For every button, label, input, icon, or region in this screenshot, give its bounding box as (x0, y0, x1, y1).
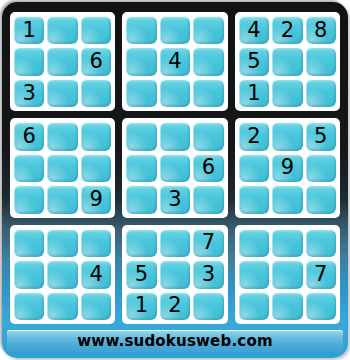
cell-r7c3[interactable] (81, 229, 111, 257)
cell-r9c8[interactable] (272, 292, 302, 320)
cell-r6c3[interactable]: 9 (81, 185, 111, 213)
cell-r1c9[interactable]: 8 (306, 16, 336, 44)
cell-r4c6[interactable] (193, 122, 223, 150)
cell-r3c3[interactable] (81, 79, 111, 107)
cell-r5c3[interactable] (81, 154, 111, 182)
cell-r5c9[interactable] (306, 154, 336, 182)
cell-r7c8[interactable] (272, 229, 302, 257)
cell-r9c5[interactable]: 2 (160, 292, 190, 320)
sudoku-widget: 16344285169632594753127 www.sudokusweb.c… (2, 2, 348, 358)
cell-r9c9[interactable] (306, 292, 336, 320)
cell-r4c7[interactable]: 2 (239, 122, 269, 150)
sudoku-board: 16344285169632594753127 (10, 12, 340, 324)
cell-r5c8[interactable]: 9 (272, 154, 302, 182)
cell-r7c2[interactable] (47, 229, 77, 257)
box-7: 4 (10, 225, 115, 324)
cell-r9c4[interactable]: 1 (126, 292, 156, 320)
cell-r2c4[interactable] (126, 47, 156, 75)
cell-r3c7[interactable]: 1 (239, 79, 269, 107)
cell-r7c7[interactable] (239, 229, 269, 257)
cell-r6c2[interactable] (47, 185, 77, 213)
cell-r4c3[interactable] (81, 122, 111, 150)
box-5: 63 (122, 118, 227, 217)
cell-r6c7[interactable] (239, 185, 269, 213)
box-8: 75312 (122, 225, 227, 324)
cell-r2c3[interactable]: 6 (81, 47, 111, 75)
cell-r8c3[interactable]: 4 (81, 260, 111, 288)
cell-r7c9[interactable] (306, 229, 336, 257)
cell-r1c8[interactable]: 2 (272, 16, 302, 44)
cell-r5c5[interactable] (160, 154, 190, 182)
footer-band: www.sudokusweb.com (7, 330, 343, 352)
cell-r3c6[interactable] (193, 79, 223, 107)
cell-r2c1[interactable] (14, 47, 44, 75)
cell-r3c2[interactable] (47, 79, 77, 107)
cell-r6c8[interactable] (272, 185, 302, 213)
cell-r7c1[interactable] (14, 229, 44, 257)
cell-r9c3[interactable] (81, 292, 111, 320)
cell-r1c1[interactable]: 1 (14, 16, 44, 44)
box-4: 69 (10, 118, 115, 217)
cell-r5c4[interactable] (126, 154, 156, 182)
box-6: 259 (235, 118, 340, 217)
cell-r1c6[interactable] (193, 16, 223, 44)
cell-r5c6[interactable]: 6 (193, 154, 223, 182)
cell-r7c4[interactable] (126, 229, 156, 257)
cell-r8c7[interactable] (239, 260, 269, 288)
cell-r9c2[interactable] (47, 292, 77, 320)
cell-r8c1[interactable] (14, 260, 44, 288)
cell-r2c8[interactable] (272, 47, 302, 75)
cell-r5c7[interactable] (239, 154, 269, 182)
cell-r5c1[interactable] (14, 154, 44, 182)
cell-r9c6[interactable] (193, 292, 223, 320)
cell-r8c8[interactable] (272, 260, 302, 288)
cell-r7c6[interactable]: 7 (193, 229, 223, 257)
cell-r4c8[interactable] (272, 122, 302, 150)
box-2: 4 (122, 12, 227, 111)
cell-r6c5[interactable]: 3 (160, 185, 190, 213)
cell-r8c5[interactable] (160, 260, 190, 288)
cell-r8c9[interactable]: 7 (306, 260, 336, 288)
cell-r4c4[interactable] (126, 122, 156, 150)
cell-r3c9[interactable] (306, 79, 336, 107)
cell-r4c9[interactable]: 5 (306, 122, 336, 150)
cell-r1c2[interactable] (47, 16, 77, 44)
cell-r2c5[interactable]: 4 (160, 47, 190, 75)
cell-r2c9[interactable] (306, 47, 336, 75)
box-9: 7 (235, 225, 340, 324)
cell-r4c1[interactable]: 6 (14, 122, 44, 150)
cell-r3c8[interactable] (272, 79, 302, 107)
cell-r2c6[interactable] (193, 47, 223, 75)
cell-r3c5[interactable] (160, 79, 190, 107)
cell-r9c1[interactable] (14, 292, 44, 320)
cell-r8c4[interactable]: 5 (126, 260, 156, 288)
sudokusweb-link[interactable]: www.sudokusweb.com (77, 332, 272, 350)
cell-r7c5[interactable] (160, 229, 190, 257)
cell-r6c4[interactable] (126, 185, 156, 213)
cell-r1c7[interactable]: 4 (239, 16, 269, 44)
cell-r4c5[interactable] (160, 122, 190, 150)
cell-r8c2[interactable] (47, 260, 77, 288)
cell-r6c6[interactable] (193, 185, 223, 213)
cell-r2c2[interactable] (47, 47, 77, 75)
cell-r6c9[interactable] (306, 185, 336, 213)
cell-r9c7[interactable] (239, 292, 269, 320)
cell-r3c4[interactable] (126, 79, 156, 107)
cell-r1c3[interactable] (81, 16, 111, 44)
cell-r1c4[interactable] (126, 16, 156, 44)
cell-r4c2[interactable] (47, 122, 77, 150)
box-1: 163 (10, 12, 115, 111)
cell-r5c2[interactable] (47, 154, 77, 182)
cell-r8c6[interactable]: 3 (193, 260, 223, 288)
cell-r6c1[interactable] (14, 185, 44, 213)
cell-r3c1[interactable]: 3 (14, 79, 44, 107)
box-3: 42851 (235, 12, 340, 111)
cell-r2c7[interactable]: 5 (239, 47, 269, 75)
cell-r1c5[interactable] (160, 16, 190, 44)
